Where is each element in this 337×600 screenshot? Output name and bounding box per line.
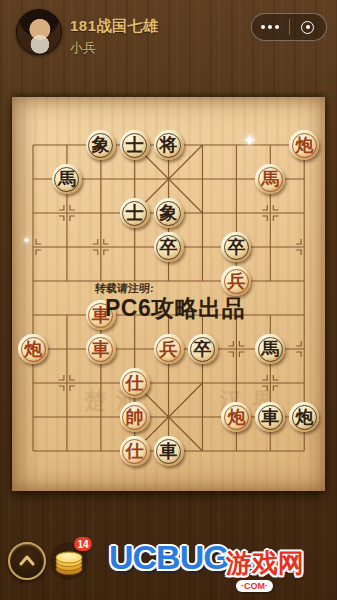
miniprogram-capsule bbox=[251, 13, 327, 41]
piece-glyph: 炮 bbox=[295, 408, 313, 426]
piece-red-general[interactable]: 帥 bbox=[120, 402, 150, 432]
player-rank-label: 小兵 bbox=[70, 39, 96, 57]
piece-glyph: 車 bbox=[261, 408, 279, 426]
piece-glyph: 車 bbox=[92, 340, 110, 358]
piece-black-general[interactable]: 将 bbox=[154, 130, 184, 160]
piece-black-cannon[interactable]: 炮 bbox=[289, 402, 319, 432]
piece-red-cannon[interactable]: 炮 bbox=[289, 130, 319, 160]
piece-glyph: 炮 bbox=[295, 136, 313, 154]
piece-black-horse[interactable]: 馬 bbox=[52, 164, 82, 194]
piece-glyph: 馬 bbox=[261, 170, 279, 188]
piece-black-soldier[interactable]: 卒 bbox=[154, 232, 184, 262]
piece-red-advisor[interactable]: 仕 bbox=[120, 368, 150, 398]
watermark-brand: PC6攻略出品 bbox=[105, 293, 245, 324]
piece-glyph: 馬 bbox=[58, 170, 76, 188]
piece-red-soldier[interactable]: 兵 bbox=[221, 266, 251, 296]
piece-glyph: 馬 bbox=[261, 340, 279, 358]
piece-red-advisor[interactable]: 仕 bbox=[120, 436, 150, 466]
piece-glyph: 仕 bbox=[126, 374, 144, 392]
piece-glyph: 将 bbox=[160, 136, 178, 154]
logo-text-cn: 游戏网 bbox=[226, 546, 304, 581]
piece-black-chariot[interactable]: 車 bbox=[255, 402, 285, 432]
piece-glyph: 仕 bbox=[126, 442, 144, 460]
piece-black-advisor[interactable]: 士 bbox=[120, 198, 150, 228]
piece-black-soldier[interactable]: 卒 bbox=[188, 334, 218, 364]
piece-red-horse[interactable]: 馬 bbox=[255, 164, 285, 194]
more-icon bbox=[261, 25, 265, 29]
piece-black-elephant[interactable]: 象 bbox=[86, 130, 116, 160]
piece-glyph: 兵 bbox=[160, 340, 178, 358]
close-button[interactable] bbox=[290, 14, 327, 40]
piece-glyph: 卒 bbox=[227, 238, 245, 256]
piece-black-elephant[interactable]: 象 bbox=[154, 198, 184, 228]
piece-black-advisor[interactable]: 士 bbox=[120, 130, 150, 160]
chevron-up-icon bbox=[15, 549, 39, 573]
piece-black-soldier[interactable]: 卒 bbox=[221, 232, 251, 262]
piece-glyph: 士 bbox=[126, 136, 144, 154]
piece-glyph: 帥 bbox=[126, 408, 144, 426]
avatar[interactable] bbox=[16, 9, 62, 55]
piece-red-cannon[interactable]: 炮 bbox=[221, 402, 251, 432]
piece-glyph: 象 bbox=[160, 204, 178, 222]
logo-text-sub: ·COM· bbox=[236, 580, 273, 592]
piece-glyph: 炮 bbox=[24, 340, 42, 358]
app-screen: 181战国七雄 小兵 楚河 汉界 象士将炮馬馬士象卒卒兵車炮車兵卒馬仕帥炮車炮仕… bbox=[0, 0, 337, 600]
piece-glyph: 士 bbox=[126, 204, 144, 222]
piece-red-soldier[interactable]: 兵 bbox=[154, 334, 184, 364]
piece-glyph: 兵 bbox=[227, 272, 245, 290]
piece-black-horse[interactable]: 馬 bbox=[255, 334, 285, 364]
ucbug-watermark-logo: UCBUG 游戏网 ·COM· bbox=[109, 537, 305, 595]
piece-glyph: 卒 bbox=[160, 238, 178, 256]
logo-text-en: UCBUG bbox=[109, 538, 229, 577]
piece-glyph: 卒 bbox=[194, 340, 212, 358]
piece-red-cannon[interactable]: 炮 bbox=[18, 334, 48, 364]
more-button[interactable] bbox=[252, 14, 289, 40]
piece-glyph: 車 bbox=[160, 442, 178, 460]
piece-glyph: 炮 bbox=[227, 408, 245, 426]
close-icon bbox=[301, 21, 314, 34]
level-title: 181战国七雄 bbox=[70, 17, 159, 36]
collapse-button[interactable] bbox=[8, 542, 46, 580]
piece-glyph: 象 bbox=[92, 136, 110, 154]
coin-badge: 14 bbox=[74, 537, 92, 551]
piece-red-chariot[interactable]: 車 bbox=[86, 334, 116, 364]
piece-black-chariot[interactable]: 車 bbox=[154, 436, 184, 466]
